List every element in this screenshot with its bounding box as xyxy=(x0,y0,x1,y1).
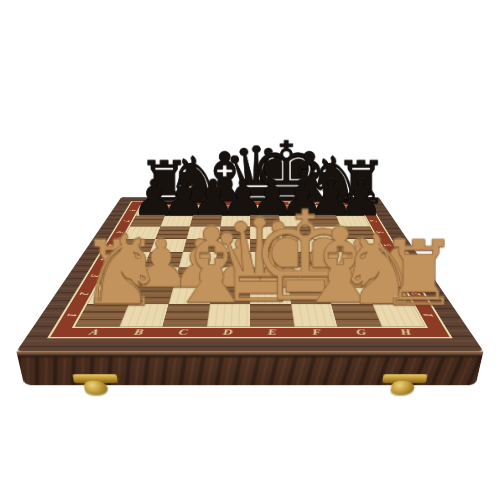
piece-white-bishop[interactable]: ♝ xyxy=(293,214,336,318)
file-label: H xyxy=(382,328,431,337)
scene: ABCDEFGH ABCDEFGH 87654321 87654321 ♜♞♝♛… xyxy=(0,0,500,500)
piece-white-rook[interactable]: ♜ xyxy=(378,230,421,319)
piece-white-knight[interactable]: ♞ xyxy=(335,222,378,319)
file-label: G xyxy=(338,328,386,337)
product-photo: ABCDEFGH ABCDEFGH 87654321 87654321 ♜♞♝♛… xyxy=(0,0,500,500)
chess-set: ABCDEFGH ABCDEFGH 87654321 87654321 ♜♞♝♛… xyxy=(16,197,483,351)
brass-clasp-right xyxy=(381,374,428,395)
file-label: A xyxy=(69,328,118,337)
file-label: C xyxy=(160,328,206,337)
square-d1[interactable]: ♛ xyxy=(206,304,250,327)
piece-white-bishop[interactable]: ♝ xyxy=(165,214,208,318)
square-e1[interactable]: ♚ xyxy=(250,304,294,327)
chess-board: ABCDEFGH ABCDEFGH 87654321 87654321 ♜♞♝♛… xyxy=(16,197,483,351)
squares-grid: ♜♞♝♛♚♝♞♜♟♟♟♟♟♟♟♟♟♟♟♟♟♟♟♟♜♞♝♛♚♝♞♜ xyxy=(75,206,425,327)
piece-white-knight[interactable]: ♞ xyxy=(122,222,165,319)
file-label: D xyxy=(205,328,250,337)
clasp-hook-icon xyxy=(391,381,416,395)
square-b1[interactable]: ♞ xyxy=(119,304,169,327)
brass-clasp-left xyxy=(72,374,119,395)
square-h1[interactable]: ♜ xyxy=(372,304,425,327)
square-f1[interactable]: ♝ xyxy=(291,304,338,327)
square-g1[interactable]: ♞ xyxy=(331,304,381,327)
square-c1[interactable]: ♝ xyxy=(163,304,210,327)
file-labels-front: ABCDEFGH xyxy=(69,328,430,337)
piece-white-queen[interactable]: ♛ xyxy=(207,204,250,319)
clasp-hook-icon xyxy=(83,381,108,395)
case-front xyxy=(16,352,483,386)
file-label: B xyxy=(115,328,163,337)
file-label: F xyxy=(294,328,340,337)
file-label: E xyxy=(250,328,295,337)
piece-white-king[interactable]: ♚ xyxy=(250,195,293,319)
